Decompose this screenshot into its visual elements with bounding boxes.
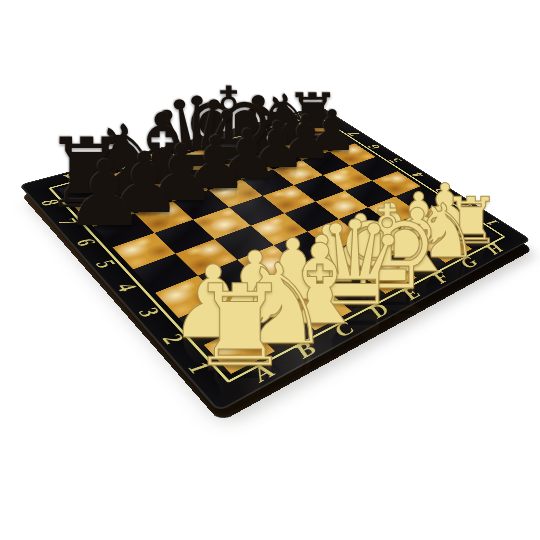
piece-contact-shadow xyxy=(274,290,313,304)
pieces-layer: ♜♜♞♞♝♝♛♛♚♚♝♝♞♞♜♜♟♟♟♟♟♟♟♟♟♟♟♟♟♟♟♟♟♟♟♟♟♟♟♟… xyxy=(0,0,540,540)
piece-contact-shadow xyxy=(234,308,276,323)
piece-contact-shadow xyxy=(292,152,319,162)
piece-contact-shadow xyxy=(164,192,200,205)
piece-contact-shadow xyxy=(375,245,406,256)
piece-contact-shadow xyxy=(263,161,292,171)
piece-contact-shadow xyxy=(337,296,373,309)
piece-contact-shadow xyxy=(190,327,236,343)
piece-contact-shadow xyxy=(273,139,300,149)
piece-contact-shadow xyxy=(371,279,404,291)
piece-contact-shadow xyxy=(84,216,125,231)
piece-contact-shadow xyxy=(431,250,460,260)
chess-set-photo: 8877665544332211AABBCCDDEEFFGGHH ♜♜♞♞♝♝♛… xyxy=(0,0,540,540)
piece-contact-shadow xyxy=(213,156,244,167)
piece-contact-shadow xyxy=(216,354,263,371)
piece-contact-shadow xyxy=(244,147,273,157)
piece-contact-shadow xyxy=(405,231,434,241)
piece-contact-shadow xyxy=(310,274,346,287)
piece-contact-shadow xyxy=(402,264,433,275)
piece-contact-shadow xyxy=(458,237,485,246)
piece-contact-shadow xyxy=(260,333,303,348)
piece-contact-shadow xyxy=(344,259,377,271)
piece-contact-shadow xyxy=(180,165,213,177)
piece-contact-shadow xyxy=(145,175,180,187)
piece-contact-shadow xyxy=(199,181,232,193)
piece-contact-shadow xyxy=(232,171,263,182)
piece-contact-shadow xyxy=(125,203,163,217)
piece-contact-shadow xyxy=(319,144,345,153)
piece-contact-shadow xyxy=(300,314,339,328)
piece-contact-shadow xyxy=(107,186,145,199)
piece-contact-shadow xyxy=(67,198,108,212)
piece-contact-shadow xyxy=(432,219,459,228)
piece-contact-shadow xyxy=(300,131,326,140)
